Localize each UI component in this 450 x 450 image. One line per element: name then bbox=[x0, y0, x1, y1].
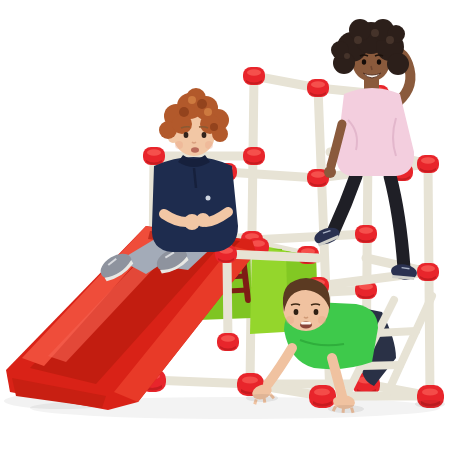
polo-logo bbox=[206, 196, 211, 201]
product-photo bbox=[0, 0, 450, 450]
scene-canvas bbox=[0, 0, 450, 450]
